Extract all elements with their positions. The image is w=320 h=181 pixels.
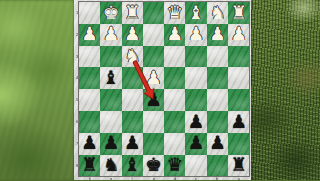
square-g7: ♟ (100, 133, 121, 155)
square-g3 (100, 46, 121, 68)
square-c7: ♟ (185, 133, 206, 155)
square-c2: ♟ (185, 24, 206, 46)
background-grass-left (0, 0, 80, 180)
square-d1: ♛ (164, 2, 185, 24)
square-b6 (207, 111, 228, 133)
square-d4 (164, 67, 185, 89)
square-e3 (143, 46, 164, 68)
black-pawn: ♟ (209, 134, 226, 153)
square-g1: ♚ (100, 2, 121, 24)
square-e6 (143, 111, 164, 133)
white-king: ♚ (103, 3, 120, 22)
file-label-g: g (108, 177, 113, 181)
square-h2: ♟ (79, 24, 100, 46)
square-b3 (207, 46, 228, 68)
square-a1: ♜ (228, 2, 249, 24)
square-c4 (185, 67, 206, 89)
square-d3 (164, 46, 185, 68)
square-g2: ♟ (100, 24, 121, 46)
square-g5 (100, 89, 121, 111)
square-h7: ♟ (79, 133, 100, 155)
black-queen: ♛ (167, 156, 184, 175)
black-pawn: ♟ (188, 134, 205, 153)
square-e5: ♟ (143, 89, 164, 111)
square-e7 (143, 133, 164, 155)
white-queen: ♛ (167, 3, 184, 22)
square-d2: ♟ (164, 24, 185, 46)
square-a6: ♟ (228, 111, 249, 133)
square-e2 (143, 24, 164, 46)
square-f6 (122, 111, 143, 133)
square-h1 (79, 2, 100, 24)
square-b7: ♟ (207, 133, 228, 155)
square-c3 (185, 46, 206, 68)
white-bishop: ♝ (188, 3, 205, 22)
white-pawn: ♟ (145, 69, 162, 88)
square-b5 (207, 89, 228, 111)
background-grass-right (246, 0, 320, 180)
square-b4 (207, 67, 228, 89)
square-f7: ♟ (122, 133, 143, 155)
file-label-f: f (130, 177, 135, 181)
black-bishop: ♝ (124, 156, 141, 175)
black-bishop: ♝ (103, 69, 120, 88)
square-b1: ♞ (207, 2, 228, 24)
square-a8: ♜ (228, 155, 249, 177)
black-pawn: ♟ (188, 112, 205, 131)
square-d6 (164, 111, 185, 133)
square-g6 (100, 111, 121, 133)
white-pawn: ♟ (81, 25, 98, 44)
square-f3: ♞ (122, 46, 143, 68)
square-e8: ♚ (143, 155, 164, 177)
square-a3 (228, 46, 249, 68)
white-pawn: ♟ (209, 25, 226, 44)
square-f4 (122, 67, 143, 89)
black-rook: ♜ (230, 156, 247, 175)
white-pawn: ♟ (103, 25, 120, 44)
square-h5 (79, 89, 100, 111)
square-h4 (79, 67, 100, 89)
square-a4 (228, 67, 249, 89)
square-c1: ♝ (185, 2, 206, 24)
chess-board-frame: ♚♜♛♝♞♜♟♟♟♟♟♟♟♞♝♟♟♟♟♟♟♟♟♟♜♞♝♚♛♜ 12345678 … (74, 0, 251, 180)
square-f8: ♝ (122, 155, 143, 177)
black-rook: ♜ (81, 156, 98, 175)
black-pawn: ♟ (230, 112, 247, 131)
white-rook: ♜ (124, 3, 141, 22)
square-c5 (185, 89, 206, 111)
file-label-c: c (194, 177, 199, 181)
square-b8 (207, 155, 228, 177)
square-h3 (79, 46, 100, 68)
square-f5 (122, 89, 143, 111)
square-f1: ♜ (122, 2, 143, 24)
white-pawn: ♟ (167, 25, 184, 44)
file-label-h: h (87, 177, 92, 181)
square-h6 (79, 111, 100, 133)
white-knight: ♞ (124, 47, 141, 66)
file-label-e: e (151, 177, 156, 181)
square-d8: ♛ (164, 155, 185, 177)
white-pawn: ♟ (124, 25, 141, 44)
white-knight: ♞ (209, 3, 226, 22)
square-b2: ♟ (207, 24, 228, 46)
black-pawn: ♟ (81, 134, 98, 153)
square-g8: ♞ (100, 155, 121, 177)
file-label-b: b (215, 177, 220, 181)
file-label-d: d (172, 177, 177, 181)
square-e4: ♟ (143, 67, 164, 89)
square-c8 (185, 155, 206, 177)
white-pawn: ♟ (230, 25, 247, 44)
black-king: ♚ (145, 156, 162, 175)
square-c6: ♟ (185, 111, 206, 133)
square-d5 (164, 89, 185, 111)
black-knight: ♞ (103, 156, 120, 175)
chess-board: ♚♜♛♝♞♜♟♟♟♟♟♟♟♞♝♟♟♟♟♟♟♟♟♟♜♞♝♚♛♜ (79, 2, 249, 176)
white-pawn: ♟ (188, 25, 205, 44)
black-pawn: ♟ (145, 90, 162, 109)
black-pawn: ♟ (103, 134, 120, 153)
square-f2: ♟ (122, 24, 143, 46)
file-label-a: a (236, 177, 241, 181)
square-h8: ♜ (79, 155, 100, 177)
white-rook: ♜ (230, 3, 247, 22)
square-a2: ♟ (228, 24, 249, 46)
square-a7 (228, 133, 249, 155)
square-g4: ♝ (100, 67, 121, 89)
square-a5 (228, 89, 249, 111)
square-e1 (143, 2, 164, 24)
black-pawn: ♟ (124, 134, 141, 153)
square-d7 (164, 133, 185, 155)
